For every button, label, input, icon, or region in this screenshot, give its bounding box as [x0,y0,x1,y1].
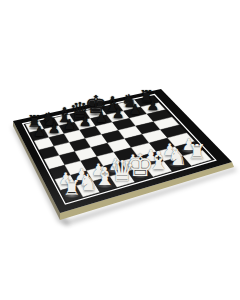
piece-black-pawn: ♟ [63,118,75,132]
piece-black-pawn: ♟ [129,103,141,117]
piece-white-knight: ♞ [167,146,187,169]
piece-black-pawn: ♟ [95,111,107,125]
piece-white-rook: ♜ [63,178,81,199]
piece-black-pawn: ♟ [33,125,45,139]
piece-black-pawn: ♟ [79,115,91,129]
piece-black-pawn: ♟ [112,107,124,121]
piece-black-pawn: ♟ [147,99,159,113]
piece-black-pawn: ♟ [48,122,60,136]
chess-pieces-layer: ♜♞♝♛♚♝♞♜♟♟♟♟♟♟♟♟♟♟♟♟♟♟♟♟♜♞♝♛♚♝♞♜ [0,0,240,300]
chess-set-product-photo: ♜♞♝♛♚♝♞♜♟♟♟♟♟♟♟♟♟♟♟♟♟♟♟♟♜♞♝♛♚♝♞♜ [0,0,240,300]
piece-white-rook: ♜ [188,142,206,163]
